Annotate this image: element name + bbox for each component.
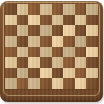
- square-r3c7[interactable]: [86, 36, 98, 47]
- board-grid: [5, 4, 98, 89]
- square-r6c2[interactable]: [28, 68, 40, 79]
- square-r5c2[interactable]: [28, 57, 40, 68]
- square-r0c7[interactable]: [86, 4, 98, 15]
- square-r7c2[interactable]: [28, 78, 40, 89]
- square-r4c2[interactable]: [28, 47, 40, 58]
- square-r2c1[interactable]: [17, 25, 29, 36]
- chess-board: [0, 1, 103, 102]
- square-r3c1[interactable]: [17, 36, 29, 47]
- square-r0c5[interactable]: [63, 4, 75, 15]
- square-r0c1[interactable]: [17, 4, 29, 15]
- square-r6c0[interactable]: [5, 68, 17, 79]
- square-r0c4[interactable]: [52, 4, 64, 15]
- square-r5c7[interactable]: [86, 57, 98, 68]
- square-r3c4[interactable]: [52, 36, 64, 47]
- square-r4c6[interactable]: [75, 47, 87, 58]
- square-r1c1[interactable]: [17, 15, 29, 26]
- square-r7c1[interactable]: [17, 78, 29, 89]
- square-r0c2[interactable]: [28, 4, 40, 15]
- square-r1c5[interactable]: [63, 15, 75, 26]
- square-r1c7[interactable]: [86, 15, 98, 26]
- square-r6c5[interactable]: [63, 68, 75, 79]
- square-r4c0[interactable]: [5, 47, 17, 58]
- square-r4c3[interactable]: [40, 47, 52, 58]
- square-r7c3[interactable]: [40, 78, 52, 89]
- square-r0c6[interactable]: [75, 4, 87, 15]
- square-r5c0[interactable]: [5, 57, 17, 68]
- square-r3c0[interactable]: [5, 36, 17, 47]
- square-r3c2[interactable]: [28, 36, 40, 47]
- square-r6c6[interactable]: [75, 68, 87, 79]
- square-r0c0[interactable]: [5, 4, 17, 15]
- square-r7c4[interactable]: [52, 78, 64, 89]
- square-r5c5[interactable]: [63, 57, 75, 68]
- square-r3c3[interactable]: [40, 36, 52, 47]
- square-r3c6[interactable]: [75, 36, 87, 47]
- square-r5c3[interactable]: [40, 57, 52, 68]
- square-r2c6[interactable]: [75, 25, 87, 36]
- square-r6c7[interactable]: [86, 68, 98, 79]
- square-r2c2[interactable]: [28, 25, 40, 36]
- square-r5c6[interactable]: [75, 57, 87, 68]
- square-r4c5[interactable]: [63, 47, 75, 58]
- square-r1c3[interactable]: [40, 15, 52, 26]
- square-r5c4[interactable]: [52, 57, 64, 68]
- square-r6c4[interactable]: [52, 68, 64, 79]
- square-r2c5[interactable]: [63, 25, 75, 36]
- square-r1c0[interactable]: [5, 15, 17, 26]
- square-r4c7[interactable]: [86, 47, 98, 58]
- square-r1c4[interactable]: [52, 15, 64, 26]
- square-r7c0[interactable]: [5, 78, 17, 89]
- square-r5c1[interactable]: [17, 57, 29, 68]
- square-r7c6[interactable]: [75, 78, 87, 89]
- square-r2c4[interactable]: [52, 25, 64, 36]
- square-r1c2[interactable]: [28, 15, 40, 26]
- square-r2c0[interactable]: [5, 25, 17, 36]
- square-r1c6[interactable]: [75, 15, 87, 26]
- square-r4c1[interactable]: [17, 47, 29, 58]
- square-r0c3[interactable]: [40, 4, 52, 15]
- square-r4c4[interactable]: [52, 47, 64, 58]
- square-r3c5[interactable]: [63, 36, 75, 47]
- square-r6c1[interactable]: [17, 68, 29, 79]
- square-r2c7[interactable]: [86, 25, 98, 36]
- square-r7c5[interactable]: [63, 78, 75, 89]
- square-r6c3[interactable]: [40, 68, 52, 79]
- square-r7c7[interactable]: [86, 78, 98, 89]
- photo-background: [0, 0, 104, 104]
- square-r2c3[interactable]: [40, 25, 52, 36]
